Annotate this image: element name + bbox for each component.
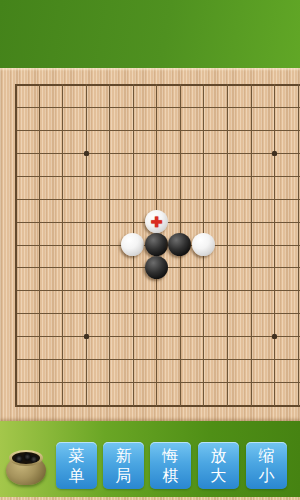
menu-button-label: 菜单 bbox=[68, 446, 85, 486]
last-move-marker-icon: ✚ bbox=[151, 215, 163, 229]
grid-line-h bbox=[15, 336, 300, 337]
grid-line-v bbox=[39, 84, 40, 406]
white-stone bbox=[121, 233, 144, 256]
gomoku-app-screen: ✚ 菜单 新局 悔棋 放大 缩小 bbox=[0, 0, 300, 500]
zoom-out-button-label: 缩小 bbox=[258, 446, 275, 486]
black-stone bbox=[145, 256, 168, 279]
grid-line-h bbox=[15, 107, 300, 108]
grid-line-h bbox=[15, 153, 300, 154]
grid-line-v bbox=[109, 84, 110, 406]
new-game-button[interactable]: 新局 bbox=[103, 442, 144, 489]
grid-line-h bbox=[15, 84, 300, 86]
zoom-out-button[interactable]: 缩小 bbox=[246, 442, 287, 489]
zoom-in-button-label: 放大 bbox=[210, 446, 227, 486]
zoom-in-button[interactable]: 放大 bbox=[198, 442, 239, 489]
bottom-toolbar: 菜单 新局 悔棋 放大 缩小 bbox=[0, 421, 300, 497]
board-grid[interactable]: ✚ bbox=[15, 84, 300, 407]
white-stone bbox=[192, 233, 215, 256]
top-background bbox=[0, 0, 300, 68]
grid-line-v bbox=[62, 84, 63, 406]
grid-line-h bbox=[15, 405, 300, 407]
undo-button-label: 悔棋 bbox=[162, 446, 179, 486]
grid-line-h bbox=[15, 359, 300, 360]
grid-line-h bbox=[15, 313, 300, 314]
star-point bbox=[272, 334, 277, 339]
grid-line-v bbox=[15, 84, 17, 406]
black-stone bbox=[168, 233, 191, 256]
grid-line-v bbox=[251, 84, 252, 406]
bowl-opening-stones bbox=[12, 452, 40, 464]
star-point bbox=[272, 151, 277, 156]
star-point bbox=[84, 151, 89, 156]
white-stone: ✚ bbox=[145, 210, 168, 233]
menu-button[interactable]: 菜单 bbox=[56, 442, 97, 489]
grid-line-v bbox=[274, 84, 275, 406]
new-game-button-label: 新局 bbox=[115, 446, 132, 486]
star-point bbox=[84, 334, 89, 339]
grid-line-v bbox=[227, 84, 228, 406]
grid-line-h bbox=[15, 382, 300, 383]
grid-line-h bbox=[15, 290, 300, 291]
grid-line-h bbox=[15, 130, 300, 131]
grid-line-h bbox=[15, 176, 300, 177]
undo-button[interactable]: 悔棋 bbox=[150, 442, 191, 489]
grid-line-v bbox=[86, 84, 87, 406]
black-stone bbox=[145, 233, 168, 256]
grid-line-v bbox=[298, 84, 299, 406]
grid-line-h bbox=[15, 199, 300, 200]
go-stone-bowl-icon bbox=[6, 448, 46, 486]
